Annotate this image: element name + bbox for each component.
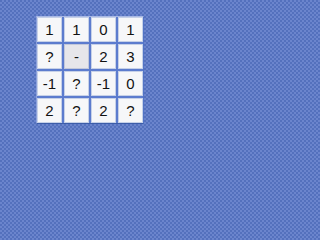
cell-r3c0[interactable]: 2 bbox=[37, 98, 62, 123]
puzzle-board: 1 1 0 1 ? - 2 3 -1 ? -1 0 2 ? 2 ? bbox=[36, 16, 144, 124]
cell-r0c0[interactable]: 1 bbox=[37, 17, 62, 42]
cell-r2c0[interactable]: -1 bbox=[37, 71, 62, 96]
cell-r2c1[interactable]: ? bbox=[64, 71, 89, 96]
cell-r3c3[interactable]: ? bbox=[118, 98, 143, 123]
cell-r1c0[interactable]: ? bbox=[37, 44, 62, 69]
cell-r1c3[interactable]: 3 bbox=[118, 44, 143, 69]
cell-r1c2[interactable]: 2 bbox=[91, 44, 116, 69]
cell-r1c1[interactable]: - bbox=[64, 44, 89, 69]
cell-r3c2[interactable]: 2 bbox=[91, 98, 116, 123]
cell-r3c1[interactable]: ? bbox=[64, 98, 89, 123]
cell-r0c2[interactable]: 0 bbox=[91, 17, 116, 42]
cell-r0c1[interactable]: 1 bbox=[64, 17, 89, 42]
puzzle-screen: { "game": "number-grid-puzzle", "board":… bbox=[0, 0, 180, 135]
cell-r2c3[interactable]: 0 bbox=[118, 71, 143, 96]
cell-r0c3[interactable]: 1 bbox=[118, 17, 143, 42]
cell-r2c2[interactable]: -1 bbox=[91, 71, 116, 96]
